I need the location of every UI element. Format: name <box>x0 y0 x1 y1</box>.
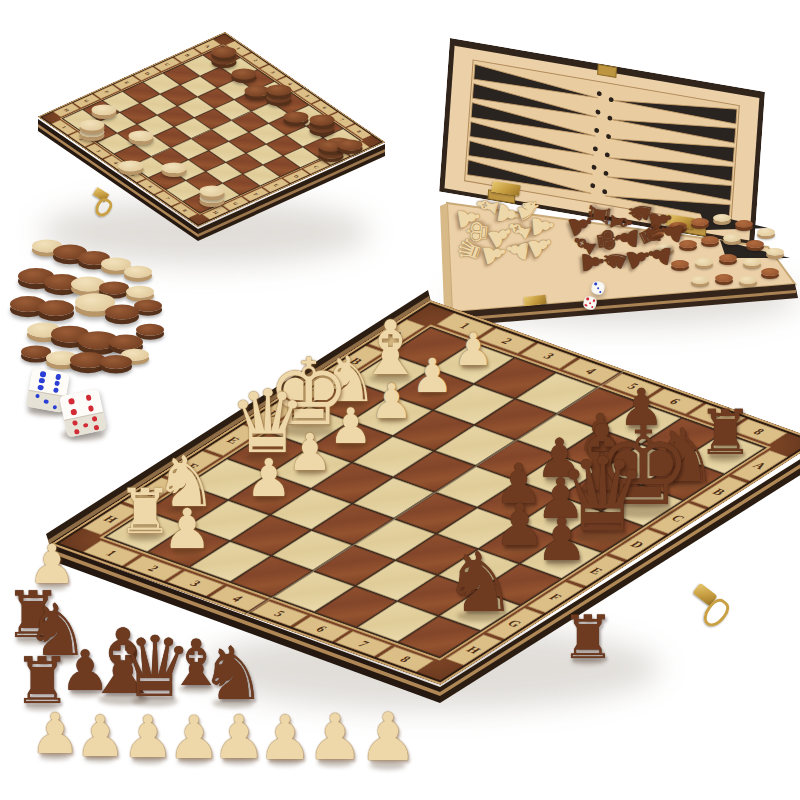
board-checker-0-1 <box>212 46 237 57</box>
die-pip <box>70 409 77 416</box>
board-checker-14-1 <box>200 185 225 196</box>
chess-piece-b2: ♟ <box>411 352 453 399</box>
pile-checker-11 <box>38 300 74 316</box>
table-piece-1: ♜ <box>561 607 615 667</box>
front-dark-piece-5: ♛ <box>117 625 192 709</box>
front-light-pawn-2: ♟ <box>122 708 174 766</box>
front-light-pawn-0: ♟ <box>30 706 80 762</box>
board-checker-13-0 <box>162 163 187 174</box>
product-photo-scene: AA11BB22CC33DD44EE55FF66GG77HH88 AA11BB2… <box>0 0 800 800</box>
die-pip <box>93 425 99 431</box>
chess-piece-a2: ♟ <box>453 327 493 372</box>
board-checker-9-0 <box>91 105 116 116</box>
front-light-pawn-7: ♟ <box>358 705 417 771</box>
chess-piece-f2: ♟ <box>246 452 293 504</box>
die-pip <box>38 384 44 390</box>
chess-piece-h2: ♟ <box>162 502 211 557</box>
board-checker-12-0 <box>118 161 143 172</box>
chess-piece-e8: ♟ <box>535 510 588 569</box>
die-pip <box>39 378 45 384</box>
die-pip <box>43 399 48 404</box>
pile-checker-13 <box>105 305 139 320</box>
front-light-pawn-5: ♟ <box>258 707 313 768</box>
die-pip <box>54 380 60 386</box>
board-checker-1-0 <box>231 68 256 79</box>
die-pip <box>53 387 59 393</box>
die-pip <box>85 394 92 401</box>
board-checker-3-1 <box>267 84 292 95</box>
die-pip <box>92 416 98 422</box>
chess-piece-e2: ♟ <box>287 427 333 478</box>
chess-piece-c2: ♟ <box>370 377 413 425</box>
board-checker-8-0 <box>338 140 363 151</box>
board-checker-5-1 <box>310 114 335 125</box>
die-pip <box>83 422 89 428</box>
die-pip <box>55 374 61 380</box>
die-pip <box>88 405 95 412</box>
die-pip <box>72 420 78 426</box>
chess-piece-g8: ♞ <box>443 541 517 624</box>
die-pip <box>40 371 46 377</box>
front-light-pawn-6: ♟ <box>307 706 363 769</box>
board-checker-10-1 <box>80 120 105 131</box>
die-pip <box>52 405 57 410</box>
die-1 <box>59 388 107 437</box>
die-pip <box>74 429 80 435</box>
die-pip <box>68 398 75 405</box>
die-pip <box>35 394 40 399</box>
chess-piece-d2: ♟ <box>329 402 373 451</box>
board-checker-11-0 <box>128 130 153 141</box>
pile-checker-18 <box>109 335 143 350</box>
front-light-pawn-1: ♟ <box>74 708 125 765</box>
board-checker-4-0 <box>284 111 309 122</box>
front-dark-piece-7: ♞ <box>200 636 266 710</box>
pile-checker-22 <box>100 355 132 369</box>
